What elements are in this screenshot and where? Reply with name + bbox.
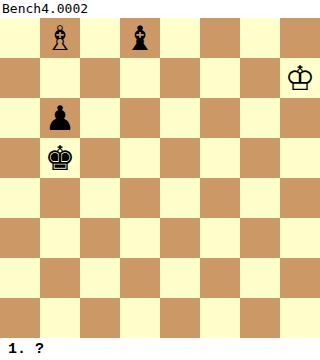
status-bar: 1. ? — [0, 338, 320, 360]
square-d6[interactable] — [120, 98, 160, 138]
square-b7[interactable] — [40, 58, 80, 98]
square-b2[interactable] — [40, 258, 80, 298]
black-bishop-d8: ♝ — [125, 18, 155, 58]
square-g2[interactable] — [240, 258, 280, 298]
square-g3[interactable] — [240, 218, 280, 258]
square-b6[interactable]: ♟ — [40, 98, 80, 138]
square-c4[interactable] — [80, 178, 120, 218]
chess-diagram-page: Bench4.0002 ♗♝♔♟♚ 1. ? — [0, 0, 320, 360]
square-d2[interactable] — [120, 258, 160, 298]
square-f1[interactable] — [200, 298, 240, 338]
square-h3[interactable] — [280, 218, 320, 258]
square-f6[interactable] — [200, 98, 240, 138]
square-h6[interactable] — [280, 98, 320, 138]
move-prompt: 1. ? — [0, 341, 44, 358]
square-b5[interactable]: ♚ — [40, 138, 80, 178]
square-d7[interactable] — [120, 58, 160, 98]
square-e5[interactable] — [160, 138, 200, 178]
square-d3[interactable] — [120, 218, 160, 258]
square-f5[interactable] — [200, 138, 240, 178]
square-h2[interactable] — [280, 258, 320, 298]
white-bishop-b8: ♗ — [45, 18, 75, 58]
square-e2[interactable] — [160, 258, 200, 298]
square-h1[interactable] — [280, 298, 320, 338]
square-c1[interactable] — [80, 298, 120, 338]
square-f7[interactable] — [200, 58, 240, 98]
square-a6[interactable] — [0, 98, 40, 138]
square-c7[interactable] — [80, 58, 120, 98]
square-e6[interactable] — [160, 98, 200, 138]
square-h8[interactable] — [280, 18, 320, 58]
square-c5[interactable] — [80, 138, 120, 178]
square-g4[interactable] — [240, 178, 280, 218]
white-king-h7: ♔ — [285, 58, 315, 98]
square-a1[interactable] — [0, 298, 40, 338]
page-title: Bench4.0002 — [0, 0, 88, 18]
square-g7[interactable] — [240, 58, 280, 98]
square-e3[interactable] — [160, 218, 200, 258]
square-a4[interactable] — [0, 178, 40, 218]
square-f3[interactable] — [200, 218, 240, 258]
square-b1[interactable] — [40, 298, 80, 338]
square-g1[interactable] — [240, 298, 280, 338]
square-c6[interactable] — [80, 98, 120, 138]
square-h5[interactable] — [280, 138, 320, 178]
black-pawn-b6: ♟ — [45, 98, 75, 138]
square-c3[interactable] — [80, 218, 120, 258]
square-e1[interactable] — [160, 298, 200, 338]
square-f8[interactable] — [200, 18, 240, 58]
square-b4[interactable] — [40, 178, 80, 218]
square-d4[interactable] — [120, 178, 160, 218]
square-a3[interactable] — [0, 218, 40, 258]
chess-board: ♗♝♔♟♚ — [0, 18, 320, 338]
square-g6[interactable] — [240, 98, 280, 138]
square-b3[interactable] — [40, 218, 80, 258]
square-g8[interactable] — [240, 18, 280, 58]
square-c8[interactable] — [80, 18, 120, 58]
square-e7[interactable] — [160, 58, 200, 98]
square-d5[interactable] — [120, 138, 160, 178]
square-b8[interactable]: ♗ — [40, 18, 80, 58]
square-h4[interactable] — [280, 178, 320, 218]
square-g5[interactable] — [240, 138, 280, 178]
square-a2[interactable] — [0, 258, 40, 298]
square-f4[interactable] — [200, 178, 240, 218]
square-h7[interactable]: ♔ — [280, 58, 320, 98]
square-c2[interactable] — [80, 258, 120, 298]
square-d1[interactable] — [120, 298, 160, 338]
black-king-b5: ♚ — [45, 138, 75, 178]
square-a8[interactable] — [0, 18, 40, 58]
square-f2[interactable] — [200, 258, 240, 298]
square-a7[interactable] — [0, 58, 40, 98]
square-e8[interactable] — [160, 18, 200, 58]
title-bar: Bench4.0002 — [0, 0, 320, 18]
square-a5[interactable] — [0, 138, 40, 178]
square-d8[interactable]: ♝ — [120, 18, 160, 58]
square-e4[interactable] — [160, 178, 200, 218]
